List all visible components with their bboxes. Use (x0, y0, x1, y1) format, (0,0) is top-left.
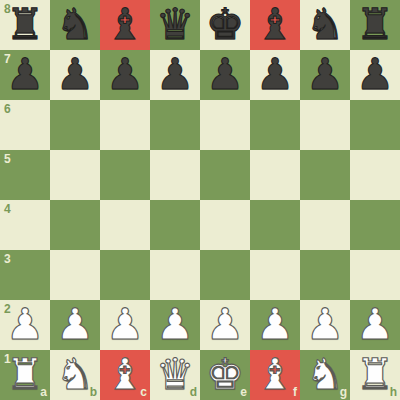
black-bishop[interactable]: ♝ (256, 0, 295, 49)
square-h3[interactable] (350, 250, 400, 300)
square-d7[interactable]: ♟ (150, 50, 200, 100)
square-e4[interactable] (200, 200, 250, 250)
white-pawn[interactable]: ♟ (106, 299, 145, 349)
square-a4[interactable]: 4 (0, 200, 50, 250)
black-pawn[interactable]: ♟ (156, 49, 195, 99)
square-b5[interactable] (50, 150, 100, 200)
square-b6[interactable] (50, 100, 100, 150)
white-knight[interactable]: ♞ (306, 349, 345, 399)
white-pawn[interactable]: ♟ (356, 299, 395, 349)
square-h8[interactable]: ♜ (350, 0, 400, 50)
square-c5[interactable] (100, 150, 150, 200)
square-a8[interactable]: 8♜ (0, 0, 50, 50)
square-g5[interactable] (300, 150, 350, 200)
square-g1[interactable]: g♞ (300, 350, 350, 400)
rank-label-6: 6 (4, 103, 11, 115)
white-pawn[interactable]: ♟ (256, 299, 295, 349)
rank-label-4: 4 (4, 203, 11, 215)
square-b7[interactable]: ♟ (50, 50, 100, 100)
square-a6[interactable]: 6 (0, 100, 50, 150)
square-d2[interactable]: ♟ (150, 300, 200, 350)
black-knight[interactable]: ♞ (56, 0, 95, 49)
square-h2[interactable]: ♟ (350, 300, 400, 350)
square-f3[interactable] (250, 250, 300, 300)
square-c3[interactable] (100, 250, 150, 300)
square-a1[interactable]: 1a♜ (0, 350, 50, 400)
black-pawn[interactable]: ♟ (106, 49, 145, 99)
square-f6[interactable] (250, 100, 300, 150)
square-d5[interactable] (150, 150, 200, 200)
square-h6[interactable] (350, 100, 400, 150)
chess-board: 8♜♞♝♛♚♝♞♜7♟♟♟♟♟♟♟♟65432♟♟♟♟♟♟♟♟1a♜b♞c♝d♛… (0, 0, 400, 400)
square-e8[interactable]: ♚ (200, 0, 250, 50)
square-g7[interactable]: ♟ (300, 50, 350, 100)
rank-label-3: 3 (4, 253, 11, 265)
square-d3[interactable] (150, 250, 200, 300)
white-pawn[interactable]: ♟ (156, 299, 195, 349)
white-rook[interactable]: ♜ (6, 349, 45, 399)
square-e1[interactable]: e♚ (200, 350, 250, 400)
square-g2[interactable]: ♟ (300, 300, 350, 350)
square-b4[interactable] (50, 200, 100, 250)
square-f7[interactable]: ♟ (250, 50, 300, 100)
square-h5[interactable] (350, 150, 400, 200)
square-d4[interactable] (150, 200, 200, 250)
white-king[interactable]: ♚ (206, 349, 245, 399)
square-c7[interactable]: ♟ (100, 50, 150, 100)
square-e3[interactable] (200, 250, 250, 300)
square-a3[interactable]: 3 (0, 250, 50, 300)
black-rook[interactable]: ♜ (356, 0, 395, 49)
square-d6[interactable] (150, 100, 200, 150)
square-c2[interactable]: ♟ (100, 300, 150, 350)
black-pawn[interactable]: ♟ (56, 49, 95, 99)
square-f2[interactable]: ♟ (250, 300, 300, 350)
square-g6[interactable] (300, 100, 350, 150)
white-pawn[interactable]: ♟ (56, 299, 95, 349)
square-c6[interactable] (100, 100, 150, 150)
square-f4[interactable] (250, 200, 300, 250)
white-queen[interactable]: ♛ (156, 349, 195, 399)
square-g4[interactable] (300, 200, 350, 250)
square-g8[interactable]: ♞ (300, 0, 350, 50)
square-h7[interactable]: ♟ (350, 50, 400, 100)
square-e2[interactable]: ♟ (200, 300, 250, 350)
square-a2[interactable]: 2♟ (0, 300, 50, 350)
square-f8[interactable]: ♝ (250, 0, 300, 50)
black-bishop[interactable]: ♝ (106, 0, 145, 49)
square-e5[interactable] (200, 150, 250, 200)
square-h1[interactable]: h♜ (350, 350, 400, 400)
black-pawn[interactable]: ♟ (6, 49, 45, 99)
square-h4[interactable] (350, 200, 400, 250)
square-b2[interactable]: ♟ (50, 300, 100, 350)
black-pawn[interactable]: ♟ (256, 49, 295, 99)
black-pawn[interactable]: ♟ (356, 49, 395, 99)
square-g3[interactable] (300, 250, 350, 300)
rank-label-5: 5 (4, 153, 11, 165)
square-f1[interactable]: f♝ (250, 350, 300, 400)
square-c1[interactable]: c♝ (100, 350, 150, 400)
square-e6[interactable] (200, 100, 250, 150)
square-d8[interactable]: ♛ (150, 0, 200, 50)
white-pawn[interactable]: ♟ (206, 299, 245, 349)
white-rook[interactable]: ♜ (356, 349, 395, 399)
black-king[interactable]: ♚ (206, 0, 245, 49)
white-pawn[interactable]: ♟ (6, 299, 45, 349)
square-a5[interactable]: 5 (0, 150, 50, 200)
square-d1[interactable]: d♛ (150, 350, 200, 400)
black-pawn[interactable]: ♟ (206, 49, 245, 99)
square-b8[interactable]: ♞ (50, 0, 100, 50)
black-rook[interactable]: ♜ (6, 0, 45, 49)
white-bishop[interactable]: ♝ (106, 349, 145, 399)
square-e7[interactable]: ♟ (200, 50, 250, 100)
square-b1[interactable]: b♞ (50, 350, 100, 400)
black-pawn[interactable]: ♟ (306, 49, 345, 99)
square-f5[interactable] (250, 150, 300, 200)
square-b3[interactable] (50, 250, 100, 300)
white-bishop[interactable]: ♝ (256, 349, 295, 399)
black-knight[interactable]: ♞ (306, 0, 345, 49)
square-a7[interactable]: 7♟ (0, 50, 50, 100)
square-c4[interactable] (100, 200, 150, 250)
black-queen[interactable]: ♛ (156, 0, 195, 49)
white-pawn[interactable]: ♟ (306, 299, 345, 349)
white-knight[interactable]: ♞ (56, 349, 95, 399)
square-c8[interactable]: ♝ (100, 0, 150, 50)
